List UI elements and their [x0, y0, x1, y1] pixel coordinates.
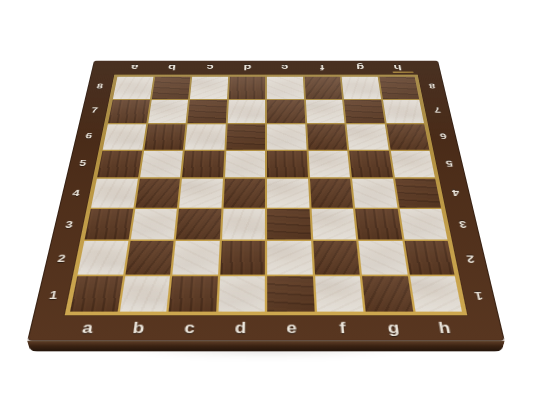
- rank-label-right-8: 8: [418, 75, 447, 98]
- square-b2[interactable]: [125, 241, 174, 274]
- perspective-wrapper: abcdefgh abcdefgh 87654321 87654321: [0, 0, 533, 412]
- square-a5[interactable]: [97, 151, 142, 178]
- square-e8[interactable]: [267, 77, 304, 99]
- square-h1[interactable]: [409, 276, 461, 312]
- file-label-bottom-a: a: [59, 315, 115, 341]
- file-labels-top: abcdefgh: [114, 61, 417, 75]
- square-g1[interactable]: [362, 276, 413, 312]
- rank-label-left-7: 7: [79, 98, 109, 123]
- square-f2[interactable]: [313, 241, 360, 274]
- square-c7[interactable]: [187, 100, 226, 123]
- square-f4[interactable]: [310, 179, 353, 208]
- square-c5[interactable]: [182, 151, 224, 178]
- square-a3[interactable]: [85, 209, 133, 240]
- square-d7[interactable]: [227, 100, 265, 123]
- square-b5[interactable]: [140, 151, 183, 178]
- square-c8[interactable]: [190, 77, 228, 99]
- file-label-top-h: h: [378, 61, 418, 75]
- file-label-top-g: g: [340, 61, 379, 75]
- file-label-top-c: c: [190, 61, 229, 75]
- square-d2[interactable]: [220, 241, 265, 274]
- file-label-top-a: a: [114, 61, 154, 75]
- rank-label-left-6: 6: [73, 123, 105, 150]
- square-g3[interactable]: [355, 209, 402, 240]
- square-a1[interactable]: [70, 276, 122, 312]
- square-g6[interactable]: [347, 124, 389, 149]
- square-f8[interactable]: [304, 77, 342, 99]
- square-f7[interactable]: [305, 100, 344, 123]
- square-g5[interactable]: [349, 151, 392, 178]
- square-a7[interactable]: [108, 100, 149, 123]
- square-d4[interactable]: [223, 179, 265, 208]
- square-f1[interactable]: [315, 276, 364, 312]
- square-c4[interactable]: [179, 179, 222, 208]
- file-label-top-e: e: [266, 61, 304, 75]
- file-label-top-f: f: [303, 61, 342, 75]
- square-g2[interactable]: [358, 241, 407, 274]
- square-b3[interactable]: [130, 209, 177, 240]
- square-d8[interactable]: [228, 77, 265, 99]
- square-e6[interactable]: [267, 124, 306, 149]
- rank-label-right-7: 7: [422, 98, 452, 123]
- square-b8[interactable]: [151, 77, 190, 99]
- file-label-bottom-c: c: [163, 315, 216, 341]
- square-e5[interactable]: [267, 151, 307, 178]
- chess-board: abcdefgh abcdefgh 87654321 87654321: [27, 61, 505, 341]
- square-b6[interactable]: [144, 124, 186, 149]
- square-e7[interactable]: [267, 100, 305, 123]
- square-c3[interactable]: [176, 209, 221, 240]
- square-b4[interactable]: [135, 179, 180, 208]
- photo-background: abcdefgh abcdefgh 87654321 87654321: [0, 0, 533, 412]
- square-g8[interactable]: [342, 77, 381, 99]
- rank-label-left-3: 3: [51, 209, 87, 242]
- file-label-bottom-h: h: [417, 315, 473, 341]
- file-label-top-d: d: [228, 61, 266, 75]
- square-c1[interactable]: [169, 276, 218, 312]
- square-f6[interactable]: [307, 124, 347, 149]
- square-f5[interactable]: [308, 151, 350, 178]
- file-label-bottom-d: d: [214, 315, 266, 341]
- square-a6[interactable]: [103, 124, 146, 149]
- square-e4[interactable]: [267, 179, 309, 208]
- playing-area: [65, 75, 468, 316]
- rank-label-left-8: 8: [85, 75, 114, 98]
- square-e2[interactable]: [267, 241, 312, 274]
- square-d6[interactable]: [226, 124, 265, 149]
- square-a2[interactable]: [78, 241, 128, 274]
- square-h8[interactable]: [379, 77, 419, 99]
- square-c6[interactable]: [185, 124, 225, 149]
- square-a8[interactable]: [113, 77, 153, 99]
- board-front-edge: [27, 341, 505, 352]
- square-b1[interactable]: [119, 276, 170, 312]
- square-c2[interactable]: [172, 241, 219, 274]
- file-label-top-b: b: [152, 61, 191, 75]
- file-labels-bottom: abcdefgh: [59, 315, 472, 341]
- file-label-bottom-g: g: [367, 315, 421, 341]
- square-h4[interactable]: [395, 179, 441, 208]
- square-a4[interactable]: [91, 179, 137, 208]
- rank-label-right-5: 5: [433, 150, 466, 178]
- square-h6[interactable]: [386, 124, 429, 149]
- file-label-bottom-e: e: [266, 315, 318, 341]
- square-h2[interactable]: [404, 241, 454, 274]
- square-d5[interactable]: [225, 151, 265, 178]
- square-f3[interactable]: [311, 209, 356, 240]
- square-h3[interactable]: [399, 209, 447, 240]
- rank-label-right-6: 6: [428, 123, 460, 150]
- square-h7[interactable]: [383, 100, 424, 123]
- square-b7[interactable]: [148, 100, 188, 123]
- square-e3[interactable]: [267, 209, 311, 240]
- rank-label-right-3: 3: [445, 209, 481, 242]
- square-g7[interactable]: [344, 100, 384, 123]
- file-label-bottom-f: f: [316, 315, 369, 341]
- square-d1[interactable]: [218, 276, 265, 312]
- square-h5[interactable]: [390, 151, 435, 178]
- file-label-bottom-b: b: [111, 315, 165, 341]
- square-g4[interactable]: [352, 179, 397, 208]
- square-e1[interactable]: [267, 276, 314, 312]
- square-d3[interactable]: [221, 209, 265, 240]
- board-grid: [70, 77, 462, 312]
